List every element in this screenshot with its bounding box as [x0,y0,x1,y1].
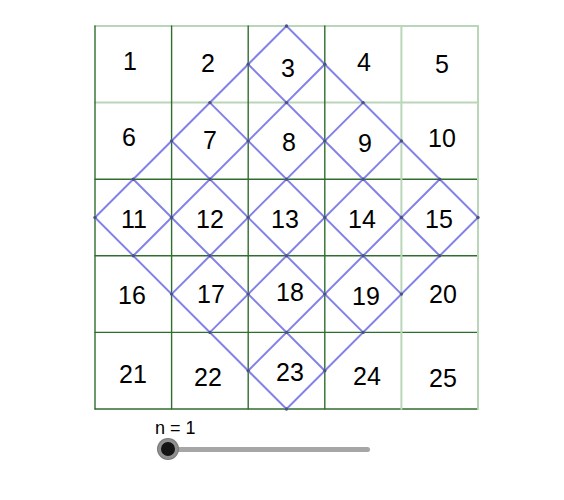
cell-number: 2 [201,51,215,76]
cell-number: 17 [197,282,225,307]
lattice-vertex-dot [400,292,403,295]
lattice-vertex-dot [323,216,326,219]
lattice-vertex-dot [132,178,135,181]
slider-track[interactable] [168,447,370,452]
cell-number: 6 [122,125,136,150]
lattice-vertex-dot [170,216,173,219]
cell-number: 1 [123,49,137,74]
lattice-line [287,26,479,218]
lattice-vertex-dot [247,292,250,295]
cell-number: 18 [276,280,304,305]
cell-number: 23 [276,360,304,385]
lattice-vertex-dot [361,331,364,334]
cell-number: 21 [119,362,147,387]
lattice-vertex-dot [323,369,326,372]
lattice-vertex-dot [438,254,441,257]
cell-number: 19 [352,284,380,309]
cell-number: 22 [194,365,222,390]
cell-number: 16 [118,283,146,308]
lattice-vertex-dot [93,216,96,219]
lattice-vertex-dot [170,139,173,142]
lattice-vertex-dot [247,139,250,142]
lattice-vertex-dot [285,24,288,27]
lattice-vertex-dot [247,63,250,66]
lattice-vertex-dot [208,254,211,257]
lattice-vertex-dot [285,254,288,257]
lattice-vertex-dot [323,292,326,295]
slider-knob[interactable] [158,439,178,459]
cell-number: 8 [282,130,296,155]
lattice-vertex-dot [400,139,403,142]
lattice-vertex-dot [476,216,479,219]
lattice-vertex-dot [208,101,211,104]
lattice-vertex-dot [285,101,288,104]
lattice-vertex-dot [400,216,403,219]
cell-number: 10 [428,126,456,151]
lattice-vertex-dot [285,331,288,334]
cell-number: 3 [281,56,295,81]
cell-number: 24 [353,364,381,389]
cell-number: 9 [358,131,372,156]
cell-number: 20 [429,282,457,307]
lattice-vertex-dot [285,178,288,181]
cell-number: 13 [271,207,299,232]
lattice-vertex-dot [208,331,211,334]
geogebra-canvas: 1234567891011121314151617181920212223242… [0,0,564,500]
cell-number: 14 [348,207,376,232]
cell-number: 11 [121,207,147,232]
cell-number: 12 [196,207,224,232]
lattice-vertex-dot [132,254,135,257]
lattice-vertex-dot [247,216,250,219]
lattice-vertex-dot [208,178,211,181]
lattice-vertex-dot [247,369,250,372]
lattice-vertex-dot [170,292,173,295]
lattice-line [172,103,364,295]
cell-number: 15 [425,207,453,232]
lattice-vertex-dot [438,178,441,181]
lattice-vertex-dot [361,178,364,181]
lattice-vertex-dot [323,139,326,142]
cell-number: 4 [357,50,371,75]
slider-label: n = 1 [155,419,196,437]
lattice-line [210,103,402,295]
cell-number: 25 [429,366,457,391]
lattice-vertex-dot [285,407,288,410]
lattice-vertex-dot [323,63,326,66]
cell-number: 7 [203,128,217,153]
lattice-vertex-dot [361,254,364,257]
lattice-vertex-dot [361,101,364,104]
cell-number: 5 [435,52,449,77]
